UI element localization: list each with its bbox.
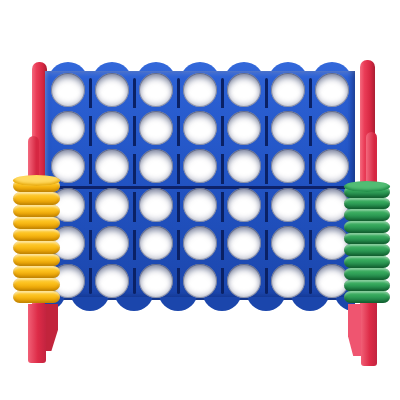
hole-empty xyxy=(315,111,349,145)
yellow-disc[interactable] xyxy=(13,241,60,253)
hole-empty xyxy=(183,226,217,260)
hole-empty xyxy=(227,226,261,260)
board-cell-r6-c4[interactable] xyxy=(178,262,222,300)
green-disc[interactable] xyxy=(344,280,390,292)
hole-empty xyxy=(139,226,173,260)
yellow-disc[interactable] xyxy=(13,266,60,278)
hole-empty xyxy=(183,264,217,298)
board-cell-r4-c5[interactable] xyxy=(222,186,266,224)
yellow-disc[interactable] xyxy=(13,217,60,229)
board-cell-r4-c6[interactable] xyxy=(266,186,310,224)
board-cell-r1-c1[interactable] xyxy=(46,71,90,109)
hole-empty xyxy=(139,73,173,107)
board-cell-r3-c7[interactable] xyxy=(310,147,354,185)
green-disc[interactable] xyxy=(344,244,390,256)
hole-empty xyxy=(95,188,129,222)
board-cell-r2-c6[interactable] xyxy=(266,109,310,147)
board-cell-r3-c4[interactable] xyxy=(178,147,222,185)
hole-empty xyxy=(227,188,261,222)
hole-empty xyxy=(271,73,305,107)
hole-empty xyxy=(95,149,129,183)
frame-leg-right xyxy=(348,302,379,366)
hole-empty xyxy=(271,149,305,183)
yellow-disc[interactable] xyxy=(13,291,60,303)
hole-empty xyxy=(315,73,349,107)
board-cell-r6-c5[interactable] xyxy=(222,262,266,300)
hole-empty xyxy=(139,111,173,145)
board-cell-r1-c5[interactable] xyxy=(222,71,266,109)
board-cell-r5-c3[interactable] xyxy=(134,224,178,262)
board-cell-r4-c4[interactable] xyxy=(178,186,222,224)
green-disc[interactable] xyxy=(344,209,390,221)
frame-leg-right-side xyxy=(348,304,361,356)
yellow-stack-top-cap xyxy=(13,175,60,186)
hole-empty xyxy=(227,111,261,145)
board-cell-r1-c7[interactable] xyxy=(310,71,354,109)
green-stack-top-cap xyxy=(344,181,390,192)
board-cell-r2-c3[interactable] xyxy=(134,109,178,147)
frame-leg-right-front xyxy=(361,302,377,366)
board-cell-r4-c2[interactable] xyxy=(90,186,134,224)
green-disc-stack[interactable] xyxy=(344,186,390,303)
board-cell-r3-c3[interactable] xyxy=(134,147,178,185)
hole-empty xyxy=(315,149,349,183)
green-disc[interactable] xyxy=(344,268,390,280)
yellow-disc[interactable] xyxy=(13,278,60,290)
green-disc[interactable] xyxy=(344,221,390,233)
board-cell-r2-c4[interactable] xyxy=(178,109,222,147)
hole-empty xyxy=(95,226,129,260)
board-cell-r3-c6[interactable] xyxy=(266,147,310,185)
hole-empty xyxy=(139,264,173,298)
yellow-disc[interactable] xyxy=(13,205,60,217)
hole-empty xyxy=(51,111,85,145)
board-cell-r3-c2[interactable] xyxy=(90,147,134,185)
yellow-disc[interactable] xyxy=(13,254,60,266)
board-cell-r2-c1[interactable] xyxy=(46,109,90,147)
board-cell-r1-c4[interactable] xyxy=(178,71,222,109)
board-cell-r2-c2[interactable] xyxy=(90,109,134,147)
board-cell-r6-c2[interactable] xyxy=(90,262,134,300)
board-cell-r6-c3[interactable] xyxy=(134,262,178,300)
connect-four-board[interactable] xyxy=(0,0,400,400)
yellow-disc-stack[interactable] xyxy=(13,180,60,303)
hole-empty xyxy=(271,226,305,260)
board-cell-r5-c5[interactable] xyxy=(222,224,266,262)
frame-leg-left-side xyxy=(46,304,58,351)
board-cell-r6-c6[interactable] xyxy=(266,262,310,300)
hole-empty xyxy=(95,264,129,298)
green-disc[interactable] xyxy=(344,291,390,303)
board-grid xyxy=(46,71,354,300)
frame-leg-left-front xyxy=(28,304,46,363)
hole-empty xyxy=(183,73,217,107)
hole-empty xyxy=(139,188,173,222)
board-cell-r5-c4[interactable] xyxy=(178,224,222,262)
green-disc[interactable] xyxy=(344,233,390,245)
board-cell-r1-c6[interactable] xyxy=(266,71,310,109)
yellow-disc[interactable] xyxy=(13,229,60,241)
board-cell-r1-c2[interactable] xyxy=(90,71,134,109)
hole-empty xyxy=(227,73,261,107)
frame-leg-left xyxy=(27,302,59,363)
board-cell-r5-c6[interactable] xyxy=(266,224,310,262)
hole-empty xyxy=(95,111,129,145)
hole-empty xyxy=(271,188,305,222)
green-disc[interactable] xyxy=(344,198,390,210)
hole-empty xyxy=(139,149,173,183)
hole-empty xyxy=(183,149,217,183)
board-cell-r2-c5[interactable] xyxy=(222,109,266,147)
hole-empty xyxy=(227,264,261,298)
yellow-disc[interactable] xyxy=(13,192,60,204)
board-cell-r4-c3[interactable] xyxy=(134,186,178,224)
hole-empty xyxy=(271,264,305,298)
board-cell-r3-c5[interactable] xyxy=(222,147,266,185)
hole-empty xyxy=(271,111,305,145)
hole-empty xyxy=(51,73,85,107)
hole-empty xyxy=(95,73,129,107)
board-cell-r5-c2[interactable] xyxy=(90,224,134,262)
board-cell-r2-c7[interactable] xyxy=(310,109,354,147)
connect-four-set xyxy=(0,0,400,400)
green-disc[interactable] xyxy=(344,256,390,268)
hole-empty xyxy=(183,188,217,222)
hole-empty xyxy=(183,111,217,145)
hole-empty xyxy=(227,149,261,183)
board-cell-r1-c3[interactable] xyxy=(134,71,178,109)
